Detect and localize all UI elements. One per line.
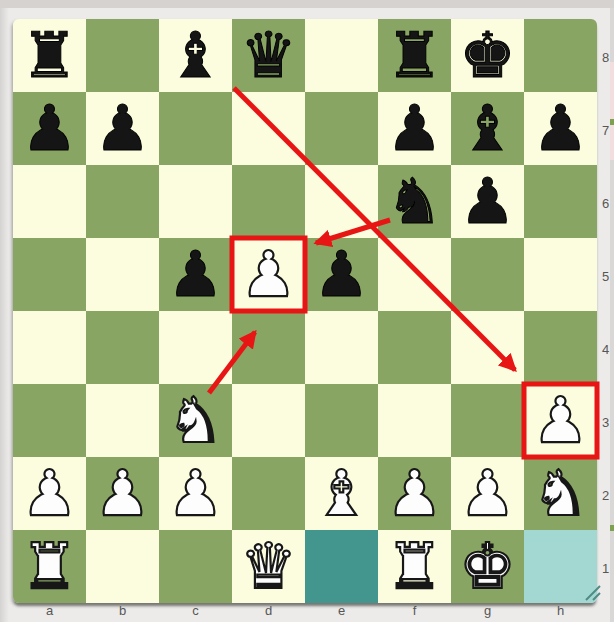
square-b3[interactable] — [86, 384, 159, 457]
right-edge-green-mark — [610, 119, 614, 125]
square-h7[interactable]: ♟ — [524, 92, 597, 165]
square-c8[interactable]: ♝ — [159, 19, 232, 92]
piece-black-king[interactable]: ♚ — [451, 19, 524, 92]
piece-black-pawn[interactable]: ♟ — [378, 92, 451, 165]
piece-white-pawn[interactable]: ♟ — [13, 457, 86, 530]
piece-black-knight[interactable]: ♞ — [378, 165, 451, 238]
square-g3[interactable] — [451, 384, 524, 457]
square-a2[interactable]: ♟ — [13, 457, 86, 530]
square-b7[interactable]: ♟ — [86, 92, 159, 165]
square-f8[interactable]: ♜ — [378, 19, 451, 92]
square-g1[interactable]: ♚ — [451, 530, 524, 603]
square-b1[interactable] — [86, 530, 159, 603]
square-h5[interactable] — [524, 238, 597, 311]
piece-white-knight[interactable]: ♞ — [159, 384, 232, 457]
square-f2[interactable]: ♟ — [378, 457, 451, 530]
piece-black-pawn[interactable]: ♟ — [86, 92, 159, 165]
file-label-a: a — [13, 602, 86, 620]
square-h4[interactable] — [524, 311, 597, 384]
square-c1[interactable] — [159, 530, 232, 603]
right-edge-pink-sliver — [610, 62, 614, 160]
piece-black-bishop[interactable]: ♝ — [451, 92, 524, 165]
piece-white-pawn[interactable]: ♟ — [159, 457, 232, 530]
square-c2[interactable]: ♟ — [159, 457, 232, 530]
piece-black-pawn[interactable]: ♟ — [451, 165, 524, 238]
square-c4[interactable] — [159, 311, 232, 384]
square-f3[interactable] — [378, 384, 451, 457]
square-a4[interactable] — [13, 311, 86, 384]
square-h6[interactable] — [524, 165, 597, 238]
square-f6[interactable]: ♞ — [378, 165, 451, 238]
square-e5[interactable]: ♟ — [305, 238, 378, 311]
file-label-d: d — [232, 602, 305, 620]
square-e7[interactable] — [305, 92, 378, 165]
piece-white-pawn[interactable]: ♟ — [86, 457, 159, 530]
square-a1[interactable]: ♜ — [13, 530, 86, 603]
piece-black-pawn[interactable]: ♟ — [305, 238, 378, 311]
square-b5[interactable] — [86, 238, 159, 311]
piece-black-bishop[interactable]: ♝ — [159, 19, 232, 92]
square-g5[interactable] — [451, 238, 524, 311]
square-g8[interactable]: ♚ — [451, 19, 524, 92]
square-g2[interactable]: ♟ — [451, 457, 524, 530]
file-label-h: h — [524, 602, 597, 620]
square-e1[interactable] — [305, 530, 378, 603]
piece-black-pawn[interactable]: ♟ — [159, 238, 232, 311]
file-label-f: f — [378, 602, 451, 620]
piece-black-rook[interactable]: ♜ — [13, 19, 86, 92]
left-edge-shadow — [0, 8, 9, 622]
file-label-g: g — [451, 602, 524, 620]
piece-white-pawn[interactable]: ♟ — [524, 384, 597, 457]
piece-white-king[interactable]: ♚ — [451, 530, 524, 603]
square-h2[interactable]: ♞ — [524, 457, 597, 530]
piece-black-pawn[interactable]: ♟ — [524, 92, 597, 165]
square-e8[interactable] — [305, 19, 378, 92]
square-c3[interactable]: ♞ — [159, 384, 232, 457]
square-c7[interactable] — [159, 92, 232, 165]
piece-white-knight[interactable]: ♞ — [524, 457, 597, 530]
square-a8[interactable]: ♜ — [13, 19, 86, 92]
piece-white-bishop[interactable]: ♝ — [305, 457, 378, 530]
piece-white-pawn[interactable]: ♟ — [451, 457, 524, 530]
square-f7[interactable]: ♟ — [378, 92, 451, 165]
square-d5[interactable]: ♟ — [232, 238, 305, 311]
piece-white-queen[interactable]: ♛ — [232, 530, 305, 603]
square-a7[interactable]: ♟ — [13, 92, 86, 165]
square-d8[interactable]: ♛ — [232, 19, 305, 92]
square-e6[interactable] — [305, 165, 378, 238]
square-c6[interactable] — [159, 165, 232, 238]
square-f5[interactable] — [378, 238, 451, 311]
file-label-c: c — [159, 602, 232, 620]
chess-board: ♜♝♛♜♚♟♟♟♝♟♞♟♟♟♟♞♟♟♟♟♝♟♟♞♜♛♜♚ — [13, 19, 597, 603]
square-b8[interactable] — [86, 19, 159, 92]
piece-black-rook[interactable]: ♜ — [378, 19, 451, 92]
square-f4[interactable] — [378, 311, 451, 384]
square-h1[interactable] — [524, 530, 597, 603]
square-g4[interactable] — [451, 311, 524, 384]
square-e2[interactable]: ♝ — [305, 457, 378, 530]
square-d3[interactable] — [232, 384, 305, 457]
square-d2[interactable] — [232, 457, 305, 530]
piece-black-pawn[interactable]: ♟ — [13, 92, 86, 165]
square-e3[interactable] — [305, 384, 378, 457]
board-squares: ♜♝♛♜♚♟♟♟♝♟♞♟♟♟♟♞♟♟♟♟♝♟♟♞♜♛♜♚ — [13, 19, 597, 603]
piece-black-queen[interactable]: ♛ — [232, 19, 305, 92]
right-edge-green-mark — [610, 525, 614, 531]
square-a6[interactable] — [13, 165, 86, 238]
square-h3[interactable]: ♟ — [524, 384, 597, 457]
square-g6[interactable]: ♟ — [451, 165, 524, 238]
piece-white-rook[interactable]: ♜ — [13, 530, 86, 603]
square-b4[interactable] — [86, 311, 159, 384]
square-a5[interactable] — [13, 238, 86, 311]
file-label-b: b — [86, 602, 159, 620]
piece-white-pawn[interactable]: ♟ — [378, 457, 451, 530]
square-d4[interactable] — [232, 311, 305, 384]
square-d1[interactable]: ♛ — [232, 530, 305, 603]
square-c5[interactable]: ♟ — [159, 238, 232, 311]
square-g7[interactable]: ♝ — [451, 92, 524, 165]
piece-white-pawn[interactable]: ♟ — [232, 238, 305, 311]
piece-white-rook[interactable]: ♜ — [378, 530, 451, 603]
square-d6[interactable] — [232, 165, 305, 238]
square-a3[interactable] — [13, 384, 86, 457]
window-top-strip — [0, 0, 614, 8]
square-b2[interactable]: ♟ — [86, 457, 159, 530]
square-d7[interactable] — [232, 92, 305, 165]
square-e4[interactable] — [305, 311, 378, 384]
chess-app-window: ♜♝♛♜♚♟♟♟♝♟♞♟♟♟♟♞♟♟♟♟♝♟♟♞♜♛♜♚ 87654321 ab… — [0, 0, 614, 622]
square-h8[interactable] — [524, 19, 597, 92]
file-label-e: e — [305, 602, 378, 620]
square-f1[interactable]: ♜ — [378, 530, 451, 603]
square-b6[interactable] — [86, 165, 159, 238]
